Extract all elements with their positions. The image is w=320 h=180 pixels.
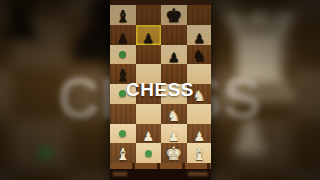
- square-d1[interactable]: [136, 143, 162, 163]
- square-c1[interactable]: ♝: [110, 143, 136, 163]
- move-hint-dot[interactable]: [119, 130, 126, 137]
- white-bishop-c1[interactable]: ♝: [116, 147, 130, 163]
- square-f7[interactable]: ♟: [187, 25, 212, 45]
- square-f2[interactable]: ♟: [187, 124, 212, 144]
- square-e3[interactable]: ♞: [161, 104, 187, 124]
- black-bishop-c8[interactable]: ♝: [116, 9, 130, 25]
- white-pawn-d2[interactable]: ♟: [142, 130, 154, 143]
- white-king-e1[interactable]: ♚: [165, 144, 182, 163]
- white-knight-e3[interactable]: ♞: [167, 109, 180, 124]
- square-d3[interactable]: [136, 104, 162, 124]
- square-e7[interactable]: [161, 25, 187, 45]
- video-frame: ♝ ♟ ♜ ♟ CHESS ♜♞♝♚♜♟♟♟♟♟♟♟♟♞♝♞♛♞♟♟♟♟♟♟♟♜…: [0, 0, 320, 180]
- white-bishop-f1[interactable]: ♝: [192, 147, 206, 163]
- black-king-e8[interactable]: ♚: [165, 6, 182, 25]
- square-c7[interactable]: ♟: [110, 25, 136, 45]
- square-f6[interactable]: ♞: [187, 45, 212, 65]
- square-d6[interactable]: [136, 45, 162, 65]
- white-pawn-f2[interactable]: ♟: [193, 130, 205, 143]
- black-pawn-e6[interactable]: ♟: [168, 51, 180, 64]
- square-c3[interactable]: [110, 104, 136, 124]
- status-text-left: [113, 172, 127, 176]
- video-title: CHESS: [0, 79, 320, 101]
- status-text-right: [188, 172, 208, 176]
- square-f1[interactable]: ♝: [187, 143, 212, 163]
- move-hint-dot[interactable]: [119, 51, 126, 58]
- square-c6[interactable]: [110, 45, 136, 65]
- black-pawn-d7[interactable]: ♟: [142, 32, 154, 45]
- square-d8[interactable]: [136, 5, 162, 25]
- status-bar: [110, 169, 211, 180]
- black-pawn-c7[interactable]: ♟: [117, 32, 129, 45]
- square-e8[interactable]: ♚: [161, 5, 187, 25]
- square-e1[interactable]: ♚: [161, 143, 187, 163]
- black-pawn-f7[interactable]: ♟: [193, 32, 205, 45]
- square-e6[interactable]: ♟: [161, 45, 187, 65]
- square-e2[interactable]: ♟: [161, 124, 187, 144]
- square-f8[interactable]: [187, 5, 212, 25]
- square-c8[interactable]: ♝: [110, 5, 136, 25]
- square-f3[interactable]: [187, 104, 212, 124]
- black-knight-f6[interactable]: ♞: [193, 49, 206, 64]
- move-hint-dot[interactable]: [145, 150, 152, 157]
- square-d2[interactable]: ♟: [136, 124, 162, 144]
- square-d7[interactable]: ♟: [136, 25, 162, 45]
- square-c2[interactable]: [110, 124, 136, 144]
